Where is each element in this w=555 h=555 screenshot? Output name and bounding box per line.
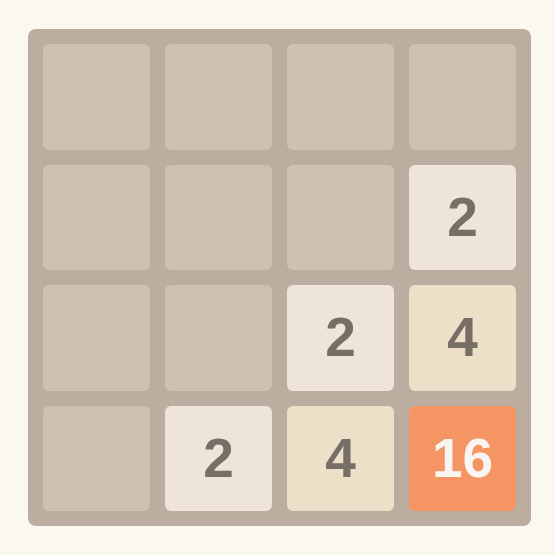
tile-16-r4c4: 16 [409, 406, 516, 512]
tile-2-r4c2: 2 [165, 406, 272, 512]
tile-4-r3c4: 4 [409, 285, 516, 391]
tile-2-r3c3: 2 [287, 285, 394, 391]
empty-cell-r4c1 [43, 406, 150, 512]
tile-2-r2c4: 2 [409, 165, 516, 271]
game-board-2048[interactable]: 2242416 [28, 29, 531, 526]
empty-cell-r2c1 [43, 165, 150, 271]
empty-cell-r1c4 [409, 44, 516, 150]
empty-cell-r2c2 [165, 165, 272, 271]
empty-cell-r3c1 [43, 285, 150, 391]
empty-cell-r1c2 [165, 44, 272, 150]
empty-cell-r1c3 [287, 44, 394, 150]
tile-4-r4c3: 4 [287, 406, 394, 512]
empty-cell-r3c2 [165, 285, 272, 391]
empty-cell-r1c1 [43, 44, 150, 150]
empty-cell-r2c3 [287, 165, 394, 271]
